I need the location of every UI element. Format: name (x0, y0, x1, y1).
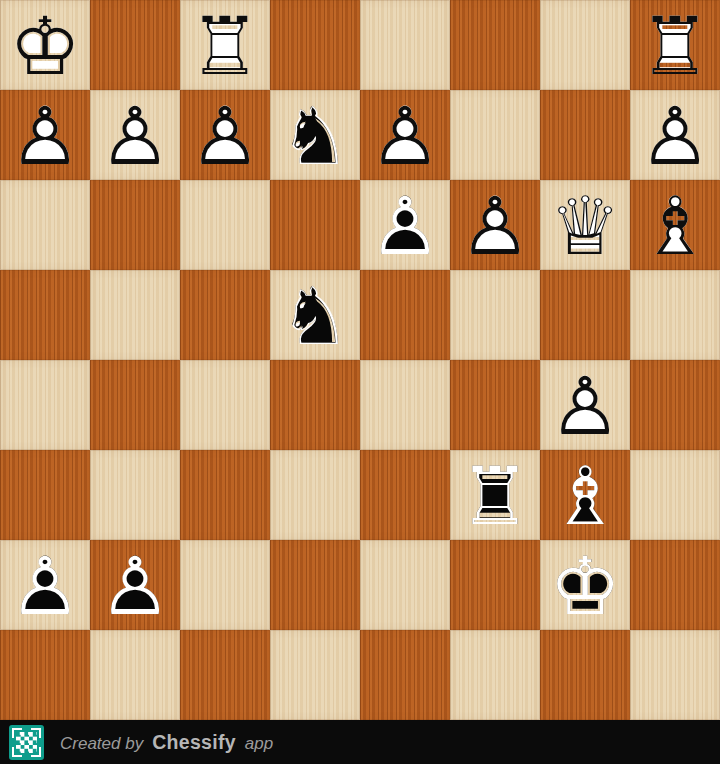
piece-white-pawn-h2[interactable]: ♟♙ (0, 90, 90, 180)
square-c4[interactable] (450, 270, 540, 360)
viewfinder-corner-icon (31, 747, 41, 757)
piece-white-rook-f1[interactable]: ♜♖ (180, 0, 270, 90)
square-c2[interactable] (450, 90, 540, 180)
square-g7[interactable]: ♟♙ (90, 540, 180, 630)
square-b1[interactable] (540, 0, 630, 90)
piece-black-pawn-h7[interactable]: ♟♙ (0, 540, 90, 630)
chessify-board-scan-icon[interactable] (9, 725, 44, 760)
black-knight-outline: ♘ (270, 270, 360, 360)
square-f6[interactable] (180, 450, 270, 540)
viewfinder-corner-icon (12, 728, 22, 738)
square-d4[interactable] (360, 270, 450, 360)
square-c8[interactable] (450, 630, 540, 720)
black-knight-outline: ♘ (270, 90, 360, 180)
square-c7[interactable] (450, 540, 540, 630)
square-b5[interactable]: ♟♙ (540, 360, 630, 450)
square-h2[interactable]: ♟♙ (0, 90, 90, 180)
piece-black-knight-e2[interactable]: ♞♘ (270, 90, 360, 180)
square-g2[interactable]: ♟♙ (90, 90, 180, 180)
white-pawn-outline: ♙ (90, 90, 180, 180)
footer-app-suffix: app (245, 734, 273, 754)
square-d3[interactable]: ♟♙ (360, 180, 450, 270)
piece-black-king-b7[interactable]: ♚♔ (540, 540, 630, 630)
black-pawn-outline: ♙ (360, 180, 450, 270)
square-b8[interactable] (540, 630, 630, 720)
black-pawn-outline: ♙ (90, 540, 180, 630)
viewfinder-corner-icon (31, 728, 41, 738)
square-a1[interactable]: ♜♖ (630, 0, 720, 90)
square-h5[interactable] (0, 360, 90, 450)
piece-white-pawn-b5[interactable]: ♟♙ (540, 360, 630, 450)
square-f4[interactable] (180, 270, 270, 360)
white-queen-outline: ♕ (540, 180, 630, 270)
piece-white-rook-a1[interactable]: ♜♖ (630, 0, 720, 90)
white-pawn-outline: ♙ (180, 90, 270, 180)
square-b2[interactable] (540, 90, 630, 180)
piece-white-queen-b3[interactable]: ♛♕ (540, 180, 630, 270)
black-bishop-outline: ♗ (540, 450, 630, 540)
viewfinder-corner-icon (12, 747, 22, 757)
square-f2[interactable]: ♟♙ (180, 90, 270, 180)
footer-created-by-label: Created by (60, 734, 143, 754)
white-pawn-outline: ♙ (540, 360, 630, 450)
square-h1[interactable]: ♚♔ (0, 0, 90, 90)
piece-white-bishop-a3[interactable]: ♝♗ (630, 180, 720, 270)
square-d7[interactable] (360, 540, 450, 630)
white-pawn-outline: ♙ (0, 90, 90, 180)
square-h7[interactable]: ♟♙ (0, 540, 90, 630)
square-c1[interactable] (450, 0, 540, 90)
piece-white-pawn-g2[interactable]: ♟♙ (90, 90, 180, 180)
white-pawn-outline: ♙ (630, 90, 720, 180)
square-h4[interactable] (0, 270, 90, 360)
white-rook-outline: ♖ (630, 0, 720, 90)
white-king-outline: ♔ (0, 0, 90, 90)
square-e5[interactable] (270, 360, 360, 450)
square-e7[interactable] (270, 540, 360, 630)
piece-black-knight-e4[interactable]: ♞♘ (270, 270, 360, 360)
square-a3[interactable]: ♝♗ (630, 180, 720, 270)
square-f7[interactable] (180, 540, 270, 630)
square-e1[interactable] (270, 0, 360, 90)
square-a7[interactable] (630, 540, 720, 630)
black-pawn-outline: ♙ (0, 540, 90, 630)
square-e2[interactable]: ♞♘ (270, 90, 360, 180)
piece-white-pawn-f2[interactable]: ♟♙ (180, 90, 270, 180)
square-a4[interactable] (630, 270, 720, 360)
square-d8[interactable] (360, 630, 450, 720)
black-rook-outline: ♖ (450, 450, 540, 540)
footer-brand-chessify: Chessify (152, 731, 236, 754)
square-f8[interactable] (180, 630, 270, 720)
square-e4[interactable]: ♞♘ (270, 270, 360, 360)
square-g3[interactable] (90, 180, 180, 270)
square-d2[interactable]: ♟♙ (360, 90, 450, 180)
piece-black-pawn-d3[interactable]: ♟♙ (360, 180, 450, 270)
white-pawn-outline: ♙ (450, 180, 540, 270)
white-bishop-outline: ♗ (630, 180, 720, 270)
square-g4[interactable] (90, 270, 180, 360)
square-g8[interactable] (90, 630, 180, 720)
square-d6[interactable] (360, 450, 450, 540)
square-a5[interactable] (630, 360, 720, 450)
piece-white-king-h1[interactable]: ♚♔ (0, 0, 90, 90)
piece-black-bishop-b6[interactable]: ♝♗ (540, 450, 630, 540)
piece-white-pawn-c3[interactable]: ♟♙ (450, 180, 540, 270)
square-f3[interactable] (180, 180, 270, 270)
square-a8[interactable] (630, 630, 720, 720)
piece-black-rook-c6[interactable]: ♜♖ (450, 450, 540, 540)
piece-white-pawn-d2[interactable]: ♟♙ (360, 90, 450, 180)
square-b7[interactable]: ♚♔ (540, 540, 630, 630)
square-a2[interactable]: ♟♙ (630, 90, 720, 180)
square-f1[interactable]: ♜♖ (180, 0, 270, 90)
square-g5[interactable] (90, 360, 180, 450)
white-pawn-outline: ♙ (360, 90, 450, 180)
square-h3[interactable] (0, 180, 90, 270)
square-b6[interactable]: ♝♗ (540, 450, 630, 540)
square-g1[interactable] (90, 0, 180, 90)
square-d1[interactable] (360, 0, 450, 90)
square-f5[interactable] (180, 360, 270, 450)
white-rook-outline: ♖ (180, 0, 270, 90)
square-h6[interactable] (0, 450, 90, 540)
square-g6[interactable] (90, 450, 180, 540)
square-e6[interactable] (270, 450, 360, 540)
piece-black-pawn-g7[interactable]: ♟♙ (90, 540, 180, 630)
piece-white-pawn-a2[interactable]: ♟♙ (630, 90, 720, 180)
square-e3[interactable] (270, 180, 360, 270)
square-e8[interactable] (270, 630, 360, 720)
footer-bar: Created by Chessify app (0, 720, 720, 764)
square-c3[interactable]: ♟♙ (450, 180, 540, 270)
square-c6[interactable]: ♜♖ (450, 450, 540, 540)
square-b4[interactable] (540, 270, 630, 360)
chess-board: ♚♔♜♖♜♖♟♙♟♙♟♙♞♘♟♙♟♙♟♙♟♙♛♕♝♗♞♘♟♙♜♖♝♗♟♙♟♙♚♔ (0, 0, 720, 720)
square-h8[interactable] (0, 630, 90, 720)
square-c5[interactable] (450, 360, 540, 450)
square-b3[interactable]: ♛♕ (540, 180, 630, 270)
black-king-outline: ♔ (540, 540, 630, 630)
footer-text: Created by Chessify app (60, 731, 273, 754)
square-a6[interactable] (630, 450, 720, 540)
square-d5[interactable] (360, 360, 450, 450)
